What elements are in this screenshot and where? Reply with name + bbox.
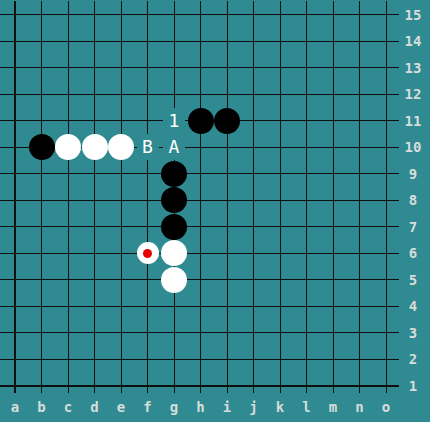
row-label-4: 4 [402, 298, 424, 314]
row-label-5: 5 [402, 272, 424, 288]
row-label-15: 15 [402, 7, 424, 23]
grid-line-vertical-h [200, 1, 201, 393]
last-move-marker [143, 249, 152, 258]
white-stone-glyph: ● [165, 243, 182, 263]
black-stone-g7: ● [161, 214, 187, 240]
grid-line-horizontal-15 [0, 14, 399, 15]
column-label-a: a [6, 399, 24, 415]
column-label-c: c [59, 399, 77, 415]
grid-line-vertical-n [359, 1, 360, 393]
white-stone-g5: ● [161, 267, 187, 293]
column-label-f: f [139, 399, 157, 415]
black-stone-glyph: ● [165, 190, 182, 210]
row-label-6: 6 [402, 245, 424, 261]
white-stone-g6: ● [161, 240, 187, 266]
annotation-1-g11[interactable]: 1 [163, 108, 185, 134]
grid-line-horizontal-14 [0, 41, 399, 42]
renju-board[interactable]: abcdefghijklmno123456789101112131415●●●●… [0, 0, 430, 422]
black-stone-glyph: ● [218, 111, 235, 131]
grid-line-vertical-j [253, 1, 254, 393]
grid-line-vertical-d [94, 1, 95, 393]
grid-line-horizontal-13 [0, 67, 399, 68]
grid-line-horizontal-5 [0, 279, 399, 280]
column-label-g: g [165, 399, 183, 415]
grid-line-vertical-m [333, 1, 334, 393]
grid-line-horizontal-4 [0, 306, 399, 307]
column-label-l: l [298, 399, 316, 415]
grid-line-vertical-i [227, 1, 228, 393]
white-stone-f6: ● [137, 242, 159, 264]
white-stone-glyph: ● [165, 270, 182, 290]
row-label-3: 3 [402, 325, 424, 341]
grid-line-horizontal-2 [0, 359, 399, 360]
column-label-n: n [351, 399, 369, 415]
row-label-11: 11 [402, 113, 424, 129]
row-label-14: 14 [402, 33, 424, 49]
grid-line-vertical-b [41, 1, 42, 393]
row-label-8: 8 [402, 192, 424, 208]
column-label-j: j [245, 399, 263, 415]
black-stone-glyph: ● [165, 217, 182, 237]
column-label-b: b [33, 399, 51, 415]
white-stone-glyph: ● [86, 137, 103, 157]
grid-line-vertical-o [386, 1, 387, 393]
column-label-k: k [271, 399, 289, 415]
row-label-13: 13 [402, 60, 424, 76]
black-stone-i11: ● [214, 108, 240, 134]
grid-line-vertical-f [147, 1, 148, 393]
row-label-12: 12 [402, 86, 424, 102]
grid-line-vertical-k [280, 1, 281, 393]
grid-line-horizontal-1 [0, 385, 399, 387]
black-stone-glyph: ● [192, 111, 209, 131]
column-label-m: m [324, 399, 342, 415]
white-stone-d10: ● [82, 134, 108, 160]
row-label-10: 10 [402, 139, 424, 155]
grid-line-horizontal-12 [0, 94, 399, 95]
white-stone-glyph: ● [59, 137, 76, 157]
annotation-a-g10[interactable]: A [163, 134, 185, 160]
grid-line-vertical-e [121, 1, 122, 393]
grid-line-horizontal-7 [0, 226, 399, 227]
black-stone-b10: ● [29, 134, 55, 160]
grid-line-vertical-c [68, 1, 69, 393]
column-label-d: d [86, 399, 104, 415]
row-label-2: 2 [402, 351, 424, 367]
column-label-o: o [377, 399, 395, 415]
grid-line-vertical-l [306, 1, 307, 393]
column-label-e: e [112, 399, 130, 415]
black-stone-g9: ● [161, 161, 187, 187]
grid-line-horizontal-8 [0, 200, 399, 201]
white-stone-c10: ● [55, 134, 81, 160]
grid-line-vertical-a [14, 1, 16, 393]
row-label-7: 7 [402, 219, 424, 235]
row-label-1: 1 [402, 378, 424, 394]
white-stone-e10: ● [108, 134, 134, 160]
grid-line-horizontal-3 [0, 332, 399, 333]
black-stone-glyph: ● [165, 164, 182, 184]
white-stone-glyph: ● [112, 137, 129, 157]
column-label-i: i [218, 399, 236, 415]
column-label-h: h [192, 399, 210, 415]
grid-line-horizontal-6 [0, 253, 399, 254]
black-stone-g8: ● [161, 187, 187, 213]
grid-line-horizontal-9 [0, 173, 399, 174]
row-label-9: 9 [402, 166, 424, 182]
black-stone-glyph: ● [33, 137, 50, 157]
black-stone-h11: ● [188, 108, 214, 134]
annotation-b-f10[interactable]: B [137, 134, 159, 160]
